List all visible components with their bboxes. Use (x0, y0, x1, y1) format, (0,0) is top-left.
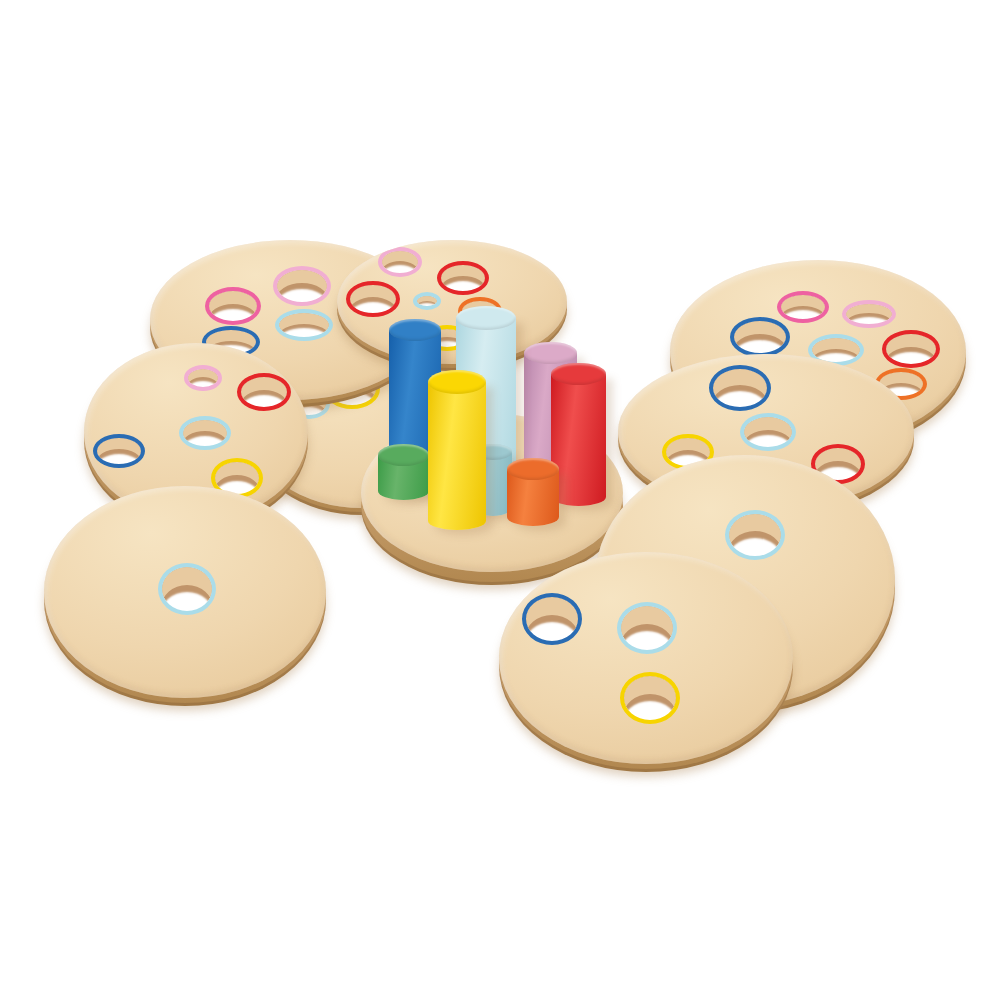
peg-pink-top (524, 342, 577, 364)
hole-ring-pink[interactable] (777, 291, 829, 323)
hole-ring-light-blue[interactable] (617, 602, 677, 654)
disc-bottom-left[interactable] (44, 486, 326, 706)
scene (0, 0, 1000, 1000)
hole-ring-blue[interactable] (93, 434, 145, 468)
peg-blue-top (389, 319, 441, 341)
hole-ring-light-pink[interactable] (842, 300, 896, 328)
peg-yellow-top (428, 370, 486, 394)
peg-paleblue-top (456, 306, 516, 330)
hole-ring-light-blue[interactable] (740, 413, 796, 451)
hole-ring-light-blue[interactable] (413, 292, 441, 310)
hole-ring-light-pink[interactable] (378, 247, 422, 277)
peg-red-top (551, 363, 606, 385)
hole-ring-light-blue[interactable] (275, 309, 333, 341)
peg-red-body (551, 374, 606, 506)
peg-red[interactable] (551, 363, 606, 506)
hole-ring-pink[interactable] (205, 287, 261, 325)
hole-ring-blue[interactable] (522, 593, 582, 645)
hole-ring-red[interactable] (437, 261, 489, 295)
disc-bottom-left-face (44, 486, 326, 698)
peg-orange-top (507, 458, 559, 480)
hole-ring-blue[interactable] (709, 365, 771, 411)
disc-bottom-center[interactable] (499, 552, 793, 772)
peg-orange[interactable] (507, 458, 559, 526)
hole-ring-red[interactable] (237, 373, 291, 411)
hole-ring-light-pink[interactable] (273, 266, 331, 306)
hole-ring-light-blue[interactable] (179, 416, 231, 450)
disc-bottom-center-face (499, 552, 793, 764)
peg-yellow[interactable] (428, 370, 486, 530)
hole-ring-light-blue[interactable] (158, 563, 216, 615)
peg-green-top (378, 444, 429, 466)
hole-ring-light-pink[interactable] (184, 365, 222, 391)
peg-yellow-body (428, 382, 486, 530)
peg-green[interactable] (378, 444, 429, 500)
hole-ring-red[interactable] (346, 281, 400, 317)
hole-ring-yellow[interactable] (620, 672, 680, 724)
hole-ring-blue[interactable] (730, 317, 790, 357)
